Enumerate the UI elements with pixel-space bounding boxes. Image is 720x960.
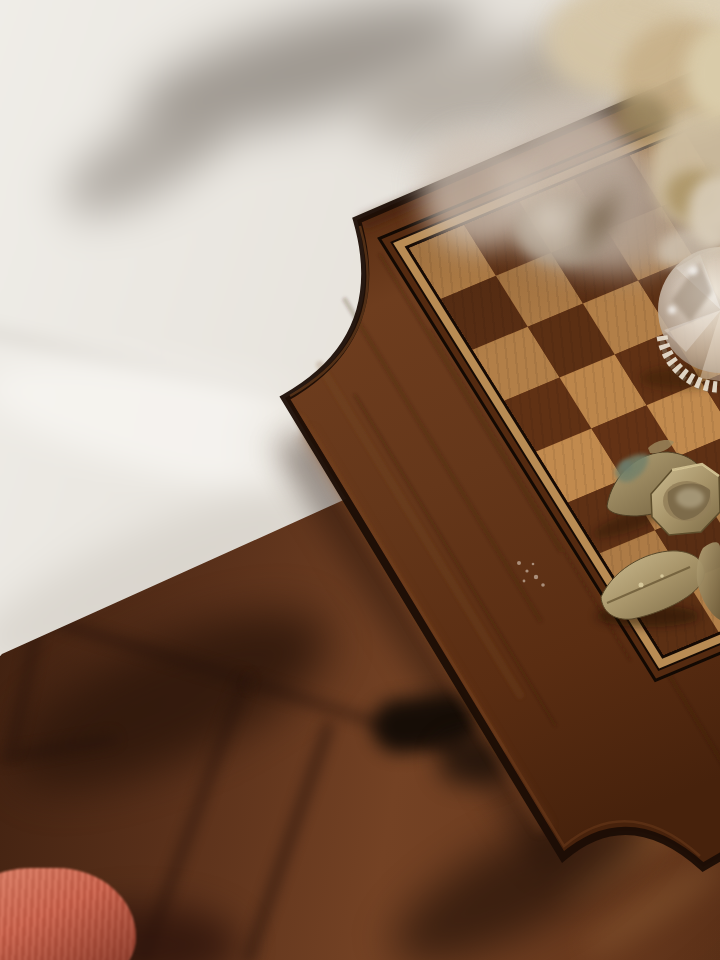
scene-photo xyxy=(0,0,720,960)
flower-shadow-accent xyxy=(615,95,670,140)
foreground-bokeh xyxy=(0,0,720,960)
